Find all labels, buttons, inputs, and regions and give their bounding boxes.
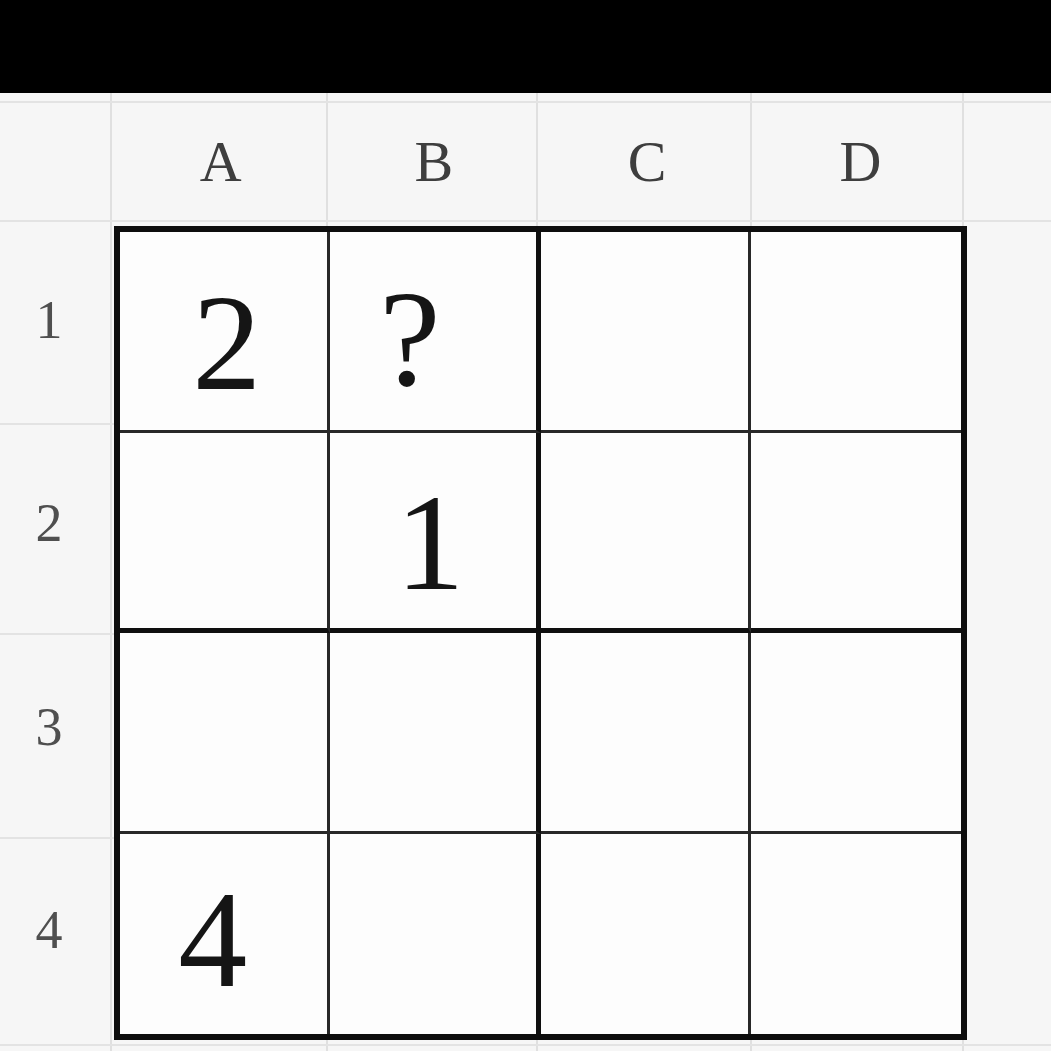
row-label-4: 4 <box>0 829 104 1033</box>
column-header-B: B <box>327 101 540 221</box>
bg-gridline-vertical <box>110 93 112 1051</box>
cell-A2[interactable] <box>120 433 330 634</box>
cell-C3[interactable] <box>541 633 751 834</box>
cell-A1[interactable]: 2 <box>120 232 330 433</box>
letterbox-bar <box>0 0 1051 93</box>
puzzle-screenshot: A B C D 1 2 3 4 2 ? 1 4 <box>0 0 1051 1051</box>
cell-B3[interactable] <box>330 633 540 834</box>
column-header-D: D <box>754 101 967 221</box>
sudoku-board: 2 ? 1 4 <box>114 226 967 1040</box>
given-digit: 4 <box>178 871 247 1009</box>
cell-D2[interactable] <box>751 433 961 634</box>
column-headers: A B C D <box>114 101 967 221</box>
bg-gridline-horizontal <box>0 1044 1051 1046</box>
column-header-A: A <box>114 101 327 221</box>
cell-B1[interactable]: ? <box>330 232 540 433</box>
cell-C1[interactable] <box>541 232 751 433</box>
cell-D3[interactable] <box>751 633 961 834</box>
row-label-2: 2 <box>0 422 104 626</box>
cell-C2[interactable] <box>541 433 751 634</box>
cell-A3[interactable] <box>120 633 330 834</box>
given-digit: 2 <box>192 274 261 412</box>
row-label-3: 3 <box>0 625 104 829</box>
cell-B4[interactable] <box>330 834 540 1035</box>
cell-D1[interactable] <box>751 232 961 433</box>
unknown-mark: ? <box>379 270 440 408</box>
column-header-C: C <box>541 101 754 221</box>
given-digit: 1 <box>395 474 464 612</box>
cell-B2[interactable]: 1 <box>330 433 540 634</box>
row-labels: 1 2 3 4 <box>0 226 110 1040</box>
cell-D4[interactable] <box>751 834 961 1035</box>
cell-C4[interactable] <box>541 834 751 1035</box>
cell-A4[interactable]: 4 <box>120 834 330 1035</box>
row-label-1: 1 <box>0 218 104 422</box>
